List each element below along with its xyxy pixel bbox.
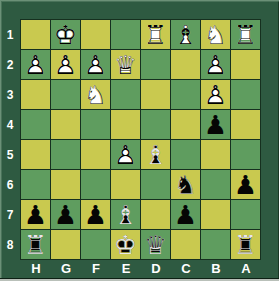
black-pawn: ♟ [201, 110, 230, 139]
square-g4[interactable] [51, 110, 80, 139]
white-king: ♔ [51, 20, 80, 49]
square-d5[interactable]: ♝♗ [141, 140, 170, 169]
black-bishop: ♝ [141, 140, 170, 169]
file-label-h: H [21, 260, 51, 279]
square-c7[interactable]: ♟ [171, 200, 200, 229]
white-knight: ♘ [201, 20, 230, 49]
square-e6[interactable] [111, 170, 140, 199]
rank-label-6: 6 [0, 170, 20, 200]
square-c2[interactable] [171, 50, 200, 79]
white-pawn: ♟ [51, 50, 80, 79]
black-knight: ♞ [171, 170, 200, 199]
white-pawn: ♟ [81, 50, 110, 79]
white-queen: ♕ [111, 50, 140, 79]
square-h8[interactable]: ♜♖ [21, 230, 50, 259]
square-c1[interactable]: ♝♗ [171, 20, 200, 49]
square-b7[interactable] [201, 200, 230, 229]
square-h7[interactable]: ♟ [21, 200, 50, 229]
file-label-c: C [171, 260, 201, 279]
square-f7[interactable]: ♟ [81, 200, 110, 229]
square-c5[interactable] [171, 140, 200, 169]
white-pawn: ♟ [201, 50, 230, 79]
square-c8[interactable] [171, 230, 200, 259]
white-rook: ♜ [141, 20, 170, 49]
square-f3[interactable]: ♞♘ [81, 80, 110, 109]
black-pawn: ♟ [81, 200, 110, 229]
file-label-e: E [111, 260, 141, 279]
file-label-b: B [201, 260, 231, 279]
black-queen: ♛ [141, 230, 170, 259]
square-c6[interactable]: ♞♘ [171, 170, 200, 199]
square-h3[interactable] [21, 80, 50, 109]
square-g3[interactable] [51, 80, 80, 109]
square-c4[interactable] [171, 110, 200, 139]
square-f2[interactable]: ♟♙ [81, 50, 110, 79]
white-pawn: ♙ [51, 50, 80, 79]
square-d4[interactable] [141, 110, 170, 139]
square-a3[interactable] [231, 80, 260, 109]
white-knight: ♞ [81, 80, 110, 109]
black-rook: ♜ [21, 230, 50, 259]
black-rook: ♜ [231, 230, 260, 259]
white-pawn: ♙ [111, 140, 140, 169]
square-g8[interactable] [51, 230, 80, 259]
square-d1[interactable]: ♜♖ [141, 20, 170, 49]
file-label-f: F [81, 260, 111, 279]
file-label-a: A [231, 260, 261, 279]
square-g2[interactable]: ♟♙ [51, 50, 80, 79]
rank-label-3: 3 [0, 80, 20, 110]
black-pawn: ♟ [21, 200, 50, 229]
square-f5[interactable] [81, 140, 110, 169]
white-rook: ♖ [141, 20, 170, 49]
black-queen: ♕ [141, 230, 170, 259]
black-rook: ♖ [231, 230, 260, 259]
square-h4[interactable] [21, 110, 50, 139]
rank-label-8: 8 [0, 230, 20, 260]
white-knight: ♞ [201, 20, 230, 49]
square-b6[interactable] [201, 170, 230, 199]
rank-label-2: 2 [0, 50, 20, 80]
square-a5[interactable] [231, 140, 260, 169]
file-label-g: G [51, 260, 81, 279]
black-bishop: ♗ [141, 140, 170, 169]
black-king: ♔ [111, 230, 140, 259]
square-h5[interactable] [21, 140, 50, 169]
square-b3[interactable]: ♟♙ [201, 80, 230, 109]
rank-label-4: 4 [0, 110, 20, 140]
white-knight: ♘ [81, 80, 110, 109]
file-labels: HGFEDCBA [21, 260, 261, 279]
square-a1[interactable]: ♜♖ [231, 20, 260, 49]
black-pawn: ♟ [171, 200, 200, 229]
white-rook: ♖ [231, 20, 260, 49]
square-g1[interactable]: ♚♔ [51, 20, 80, 49]
white-pawn: ♟ [21, 50, 50, 79]
white-pawn: ♟ [201, 80, 230, 109]
white-pawn: ♙ [201, 80, 230, 109]
square-b1[interactable]: ♞♘ [201, 20, 230, 49]
square-a7[interactable] [231, 200, 260, 229]
black-bishop: ♗ [111, 200, 140, 229]
chess-board[interactable]: ♚♔♜♖♝♗♞♘♜♖♟♙♟♙♟♙♛♕♟♙♞♘♟♙♟♟♙♝♗♞♘♟♟♟♟♝♗♟♜♖… [20, 19, 261, 260]
white-king: ♚ [51, 20, 80, 49]
black-pawn: ♟ [51, 200, 80, 229]
square-f4[interactable] [81, 110, 110, 139]
square-h6[interactable] [21, 170, 50, 199]
square-e5[interactable]: ♟♙ [111, 140, 140, 169]
black-rook: ♖ [21, 230, 50, 259]
square-f8[interactable] [81, 230, 110, 259]
file-label-d: D [141, 260, 171, 279]
square-f6[interactable] [81, 170, 110, 199]
square-g6[interactable] [51, 170, 80, 199]
square-a4[interactable] [231, 110, 260, 139]
square-b8[interactable] [201, 230, 230, 259]
white-bishop: ♝ [171, 20, 200, 49]
white-pawn: ♙ [81, 50, 110, 79]
square-d6[interactable] [141, 170, 170, 199]
square-d3[interactable] [141, 80, 170, 109]
square-d2[interactable] [141, 50, 170, 79]
square-a8[interactable]: ♜♖ [231, 230, 260, 259]
square-b5[interactable] [201, 140, 230, 169]
black-knight: ♘ [171, 170, 200, 199]
rank-label-5: 5 [0, 140, 20, 170]
square-d7[interactable] [141, 200, 170, 229]
black-king: ♚ [111, 230, 140, 259]
white-pawn: ♟ [111, 140, 140, 169]
square-d8[interactable]: ♛♕ [141, 230, 170, 259]
rank-label-1: 1 [0, 20, 20, 50]
rank-labels: 12345678 [0, 20, 20, 260]
white-rook: ♜ [231, 20, 260, 49]
square-e1[interactable] [111, 20, 140, 49]
square-a2[interactable] [231, 50, 260, 79]
square-e4[interactable] [111, 110, 140, 139]
white-pawn: ♙ [201, 50, 230, 79]
square-e8[interactable]: ♚♔ [111, 230, 140, 259]
square-e2[interactable]: ♛♕ [111, 50, 140, 79]
square-h2[interactable]: ♟♙ [21, 50, 50, 79]
square-a6[interactable]: ♟ [231, 170, 260, 199]
square-h1[interactable] [21, 20, 50, 49]
square-f1[interactable] [81, 20, 110, 49]
square-e7[interactable]: ♝♗ [111, 200, 140, 229]
square-g7[interactable]: ♟ [51, 200, 80, 229]
square-b4[interactable]: ♟ [201, 110, 230, 139]
white-queen: ♛ [111, 50, 140, 79]
square-c3[interactable] [171, 80, 200, 109]
square-b2[interactable]: ♟♙ [201, 50, 230, 79]
black-bishop: ♝ [111, 200, 140, 229]
square-g5[interactable] [51, 140, 80, 169]
rank-label-7: 7 [0, 200, 20, 230]
square-e3[interactable] [111, 80, 140, 109]
white-pawn: ♙ [21, 50, 50, 79]
black-pawn: ♟ [231, 170, 260, 199]
white-bishop: ♗ [171, 20, 200, 49]
